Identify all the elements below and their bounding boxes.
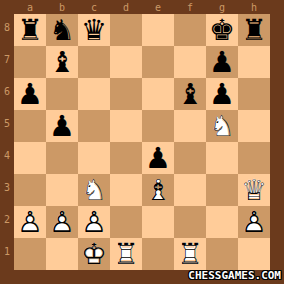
king-glyph: ♚ [206, 14, 238, 46]
rank-label: 1 [0, 238, 14, 270]
board-square [174, 142, 206, 174]
board-square [110, 46, 142, 78]
rank-label: 8 [0, 14, 14, 46]
chess-diagram: abcdefgh 87654321 ♜♞♛♚♜♝♟♟♝♟♟♞♘♟♞♘♝♗♛♕♟♙… [0, 0, 284, 284]
rank-label: 3 [0, 174, 14, 206]
board-square: ♟♙ [238, 206, 270, 238]
board-square [142, 78, 174, 110]
board-square [238, 46, 270, 78]
board-square [206, 238, 238, 270]
file-label: e [142, 0, 174, 15]
file-label: f [174, 0, 206, 15]
board-square: ♝♗ [142, 174, 174, 206]
board-square [78, 110, 110, 142]
rook-glyph: ♜ [238, 14, 270, 46]
board-square: ♟ [14, 78, 46, 110]
white-king-piece: ♚♔ [78, 238, 110, 270]
board-square: ♝ [46, 46, 78, 78]
board-square: ♜♖ [110, 238, 142, 270]
black-pawn-piece: ♟ [14, 78, 46, 110]
knight-outline-glyph: ♘ [206, 110, 238, 142]
black-pawn-piece: ♟ [206, 46, 238, 78]
board-square [78, 142, 110, 174]
black-queen-piece: ♛ [78, 14, 110, 46]
rank-label: 4 [0, 142, 14, 174]
board-square [78, 46, 110, 78]
board-square [174, 174, 206, 206]
pawn-glyph: ♟ [142, 142, 174, 174]
board-square: ♟♙ [78, 206, 110, 238]
board-square [142, 46, 174, 78]
white-knight-piece: ♞♘ [206, 110, 238, 142]
board-square: ♟♙ [14, 206, 46, 238]
board-square: ♟ [206, 78, 238, 110]
board-square [238, 78, 270, 110]
white-queen-piece: ♛♕ [238, 174, 270, 206]
white-knight-piece: ♞♘ [78, 174, 110, 206]
board-square [238, 142, 270, 174]
board-square [206, 142, 238, 174]
board-square [142, 238, 174, 270]
bishop-outline-glyph: ♗ [142, 174, 174, 206]
queen-outline-glyph: ♕ [238, 174, 270, 206]
rank-label: 2 [0, 206, 14, 238]
board-square [238, 110, 270, 142]
board-square: ♟♙ [46, 206, 78, 238]
knight-outline-glyph: ♘ [78, 174, 110, 206]
board-square [14, 174, 46, 206]
bishop-glyph: ♝ [174, 78, 206, 110]
board-square [110, 174, 142, 206]
black-king-piece: ♚ [206, 14, 238, 46]
black-knight-piece: ♞ [46, 14, 78, 46]
white-pawn-piece: ♟♙ [46, 206, 78, 238]
black-pawn-piece: ♟ [142, 142, 174, 174]
board-square [206, 174, 238, 206]
board-square [14, 238, 46, 270]
black-bishop-piece: ♝ [46, 46, 78, 78]
board-square [206, 206, 238, 238]
board-square: ♚ [206, 14, 238, 46]
board-square [46, 78, 78, 110]
pawn-outline-glyph: ♙ [238, 206, 270, 238]
board-square [142, 110, 174, 142]
board-square [142, 206, 174, 238]
rank-label: 6 [0, 78, 14, 110]
board-square [238, 238, 270, 270]
bishop-glyph: ♝ [46, 46, 78, 78]
rook-outline-glyph: ♖ [174, 238, 206, 270]
board-square [174, 46, 206, 78]
pawn-outline-glyph: ♙ [78, 206, 110, 238]
board-square [46, 142, 78, 174]
site-label: CHESSGAMES.COM [188, 269, 281, 282]
rank-label: 7 [0, 46, 14, 78]
pawn-glyph: ♟ [46, 110, 78, 142]
knight-glyph: ♞ [46, 14, 78, 46]
board-square: ♞♘ [78, 174, 110, 206]
white-rook-piece: ♜♖ [110, 238, 142, 270]
file-label: d [110, 0, 142, 15]
pawn-outline-glyph: ♙ [46, 206, 78, 238]
pawn-glyph: ♟ [206, 78, 238, 110]
board-square: ♝ [174, 78, 206, 110]
rank-labels: 87654321 [0, 14, 14, 270]
black-pawn-piece: ♟ [46, 110, 78, 142]
black-pawn-piece: ♟ [206, 78, 238, 110]
board-square [78, 78, 110, 110]
board-square: ♟ [206, 46, 238, 78]
file-labels: abcdefgh [14, 0, 270, 14]
white-rook-piece: ♜♖ [174, 238, 206, 270]
board-square [110, 110, 142, 142]
board-square: ♚♔ [78, 238, 110, 270]
board-square: ♛♕ [238, 174, 270, 206]
king-outline-glyph: ♔ [78, 238, 110, 270]
board-square [14, 110, 46, 142]
board-square: ♜ [238, 14, 270, 46]
board-square [174, 14, 206, 46]
board-square [174, 206, 206, 238]
rook-outline-glyph: ♖ [110, 238, 142, 270]
pawn-outline-glyph: ♙ [14, 206, 46, 238]
board-square [110, 142, 142, 174]
white-bishop-piece: ♝♗ [142, 174, 174, 206]
board: ♜♞♛♚♜♝♟♟♝♟♟♞♘♟♞♘♝♗♛♕♟♙♟♙♟♙♟♙♚♔♜♖♜♖ [14, 14, 270, 270]
white-pawn-piece: ♟♙ [78, 206, 110, 238]
white-pawn-piece: ♟♙ [238, 206, 270, 238]
board-square [142, 14, 174, 46]
board-square: ♜♖ [174, 238, 206, 270]
pawn-glyph: ♟ [14, 78, 46, 110]
board-square: ♟ [46, 110, 78, 142]
board-square [14, 46, 46, 78]
board-square: ♛ [78, 14, 110, 46]
board-square [14, 142, 46, 174]
board-square [46, 238, 78, 270]
board-square: ♟ [142, 142, 174, 174]
black-rook-piece: ♜ [14, 14, 46, 46]
board-square [110, 14, 142, 46]
rank-label: 5 [0, 110, 14, 142]
board-square: ♞ [46, 14, 78, 46]
rook-glyph: ♜ [14, 14, 46, 46]
board-square: ♞♘ [206, 110, 238, 142]
board-square [46, 174, 78, 206]
board-square [174, 110, 206, 142]
pawn-glyph: ♟ [206, 46, 238, 78]
queen-glyph: ♛ [78, 14, 110, 46]
black-bishop-piece: ♝ [174, 78, 206, 110]
board-square: ♜ [14, 14, 46, 46]
white-pawn-piece: ♟♙ [14, 206, 46, 238]
board-square [110, 78, 142, 110]
board-square [110, 206, 142, 238]
black-rook-piece: ♜ [238, 14, 270, 46]
